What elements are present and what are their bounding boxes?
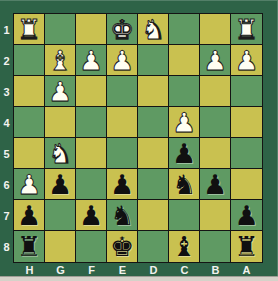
chess-app-window: 12345678 ♜♚♞♜♝♟♟♟♟♟♟♞♟♟♟♟♞♟♟♟♞♟♜♚♝♜ HGFE…: [0, 0, 278, 281]
square-g1[interactable]: [45, 14, 76, 45]
file-label-e: E: [107, 263, 138, 276]
piece-white-king: ♚: [110, 16, 134, 43]
piece-white-pawn: ♟: [203, 47, 227, 74]
piece-white-pawn: ♟: [79, 47, 103, 74]
square-a4[interactable]: [231, 107, 262, 138]
square-f3[interactable]: [76, 76, 107, 107]
piece-black-pawn: ♟: [17, 202, 41, 229]
piece-black-pawn: ♟: [79, 202, 103, 229]
square-c7[interactable]: [169, 200, 200, 231]
rank-label-7: 7: [0, 200, 13, 231]
piece-black-pawn: ♟: [234, 202, 258, 229]
file-label-h: H: [14, 263, 45, 276]
square-a1[interactable]: ♜: [231, 14, 262, 45]
rank-label-2: 2: [0, 45, 13, 76]
square-g6[interactable]: ♟: [45, 169, 76, 200]
square-f1[interactable]: [76, 14, 107, 45]
square-b2[interactable]: ♟: [200, 45, 231, 76]
file-label-c: C: [169, 263, 200, 276]
piece-black-pawn: ♟: [203, 171, 227, 198]
piece-black-rook: ♜: [234, 233, 258, 260]
rank-label-5: 5: [0, 138, 13, 169]
piece-black-pawn: ♟: [48, 171, 72, 198]
square-c6[interactable]: ♞: [169, 169, 200, 200]
square-a6[interactable]: [231, 169, 262, 200]
square-d5[interactable]: [138, 138, 169, 169]
square-c5[interactable]: ♟: [169, 138, 200, 169]
rank-label-4: 4: [0, 107, 13, 138]
square-f6[interactable]: [76, 169, 107, 200]
rank-label-1: 1: [0, 14, 13, 45]
square-b5[interactable]: [200, 138, 231, 169]
file-label-f: F: [76, 263, 107, 276]
square-e7[interactable]: ♞: [107, 200, 138, 231]
square-h2[interactable]: [14, 45, 45, 76]
square-g7[interactable]: [45, 200, 76, 231]
square-d7[interactable]: [138, 200, 169, 231]
square-a2[interactable]: ♟: [231, 45, 262, 76]
square-c8[interactable]: ♝: [169, 231, 200, 262]
piece-black-knight: ♞: [172, 171, 196, 198]
square-b6[interactable]: ♟: [200, 169, 231, 200]
square-b3[interactable]: [200, 76, 231, 107]
square-a5[interactable]: [231, 138, 262, 169]
square-a3[interactable]: [231, 76, 262, 107]
square-e4[interactable]: [107, 107, 138, 138]
square-e3[interactable]: [107, 76, 138, 107]
square-g5[interactable]: ♞: [45, 138, 76, 169]
square-d4[interactable]: [138, 107, 169, 138]
square-e5[interactable]: [107, 138, 138, 169]
square-e2[interactable]: ♟: [107, 45, 138, 76]
piece-black-king: ♚: [110, 233, 134, 260]
piece-black-pawn: ♟: [110, 171, 134, 198]
square-g4[interactable]: [45, 107, 76, 138]
square-c2[interactable]: [169, 45, 200, 76]
square-f8[interactable]: [76, 231, 107, 262]
square-d1[interactable]: ♞: [138, 14, 169, 45]
rank-label-6: 6: [0, 169, 13, 200]
square-b4[interactable]: [200, 107, 231, 138]
square-g2[interactable]: ♝: [45, 45, 76, 76]
piece-white-pawn: ♟: [48, 78, 72, 105]
square-d2[interactable]: [138, 45, 169, 76]
square-h6[interactable]: ♟: [14, 169, 45, 200]
square-f5[interactable]: [76, 138, 107, 169]
file-label-d: D: [138, 263, 169, 276]
rank-label-8: 8: [0, 231, 13, 262]
piece-white-knight: ♞: [48, 140, 72, 167]
square-h1[interactable]: ♜: [14, 14, 45, 45]
piece-white-pawn: ♟: [172, 109, 196, 136]
square-d6[interactable]: [138, 169, 169, 200]
square-c3[interactable]: [169, 76, 200, 107]
piece-white-bishop: ♝: [48, 47, 72, 74]
square-c4[interactable]: ♟: [169, 107, 200, 138]
piece-white-pawn: ♟: [234, 47, 258, 74]
file-label-a: A: [231, 263, 262, 276]
square-h4[interactable]: [14, 107, 45, 138]
square-d3[interactable]: [138, 76, 169, 107]
square-d8[interactable]: [138, 231, 169, 262]
file-label-g: G: [45, 263, 76, 276]
piece-white-pawn: ♟: [17, 171, 41, 198]
square-g8[interactable]: [45, 231, 76, 262]
piece-white-knight: ♞: [141, 16, 165, 43]
piece-white-rook: ♜: [234, 16, 258, 43]
square-b8[interactable]: [200, 231, 231, 262]
square-c1[interactable]: [169, 14, 200, 45]
square-f7[interactable]: ♟: [76, 200, 107, 231]
square-e6[interactable]: ♟: [107, 169, 138, 200]
piece-black-rook: ♜: [17, 233, 41, 260]
file-labels: HGFEDCBA: [14, 263, 262, 276]
square-h7[interactable]: ♟: [14, 200, 45, 231]
square-f2[interactable]: ♟: [76, 45, 107, 76]
file-label-b: B: [200, 263, 231, 276]
piece-white-rook: ♜: [17, 16, 41, 43]
square-f4[interactable]: [76, 107, 107, 138]
square-e8[interactable]: ♚: [107, 231, 138, 262]
rank-label-3: 3: [0, 76, 13, 107]
square-a7[interactable]: ♟: [231, 200, 262, 231]
piece-black-knight: ♞: [110, 202, 134, 229]
square-b1[interactable]: [200, 14, 231, 45]
square-e1[interactable]: ♚: [107, 14, 138, 45]
square-h8[interactable]: ♜: [14, 231, 45, 262]
window-bottom-edge: [0, 276, 278, 281]
square-b7[interactable]: [200, 200, 231, 231]
piece-white-pawn: ♟: [110, 47, 134, 74]
square-g3[interactable]: ♟: [45, 76, 76, 107]
square-h5[interactable]: [14, 138, 45, 169]
square-h3[interactable]: [14, 76, 45, 107]
piece-black-pawn: ♟: [172, 140, 196, 167]
chess-board: ♜♚♞♜♝♟♟♟♟♟♟♞♟♟♟♟♞♟♟♟♞♟♜♚♝♜: [13, 13, 263, 263]
square-a8[interactable]: ♜: [231, 231, 262, 262]
piece-black-bishop: ♝: [172, 233, 196, 260]
rank-labels: 12345678: [0, 14, 13, 262]
